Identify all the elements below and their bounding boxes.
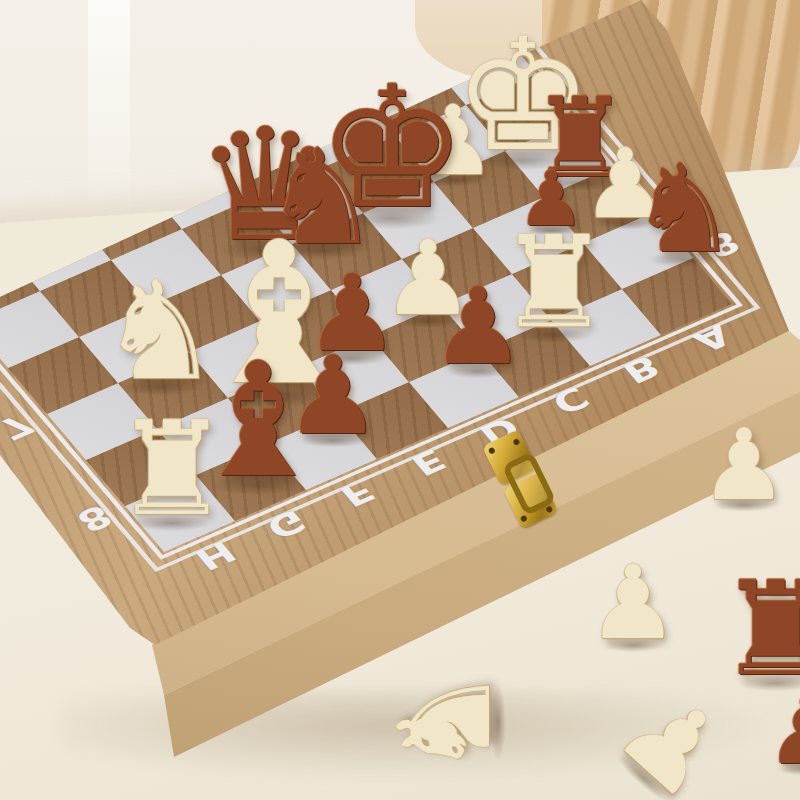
piece-white-pawn-offboard: ♟ [587,552,678,654]
piece-brown-pawn-offboard: ♟ [766,684,800,778]
piece-white-pawn-offboard: ♟ [700,416,788,514]
piece-brown-pawn-d8: ♟ [430,274,525,380]
piece-brown-knight-a7: ♞ [629,148,738,270]
piece-white-rook-h8: ♜ [114,404,231,534]
scene: HGFEDCBA 8765 8 ♜♝♟♝♟♟♟♜♟♞♜♟♞♟♚♚♞♛♞♟♟♟♜♟ [0,0,800,800]
sheer-curtain [88,0,130,220]
piece-white-knight-offboard: ♞ [381,665,509,780]
